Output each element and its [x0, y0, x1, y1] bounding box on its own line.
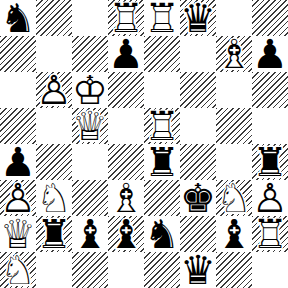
- black-pawn-icon: ♟: [0, 144, 36, 180]
- square-d5[interactable]: [108, 108, 144, 144]
- square-h2[interactable]: ♜♖: [252, 216, 288, 252]
- piece-halo: ♛: [180, 252, 216, 288]
- piece-halo: ♝: [108, 180, 144, 216]
- square-b8[interactable]: [36, 0, 72, 36]
- square-a3[interactable]: ♟♙: [0, 180, 36, 216]
- white-pawn-icon: ♙: [252, 180, 288, 216]
- piece-halo: ♟: [252, 36, 288, 72]
- square-b4[interactable]: [36, 144, 72, 180]
- white-queen-icon: ♕: [0, 216, 36, 252]
- piece-halo: ♟: [0, 180, 36, 216]
- square-e5[interactable]: ♜♖: [144, 108, 180, 144]
- black-queen-icon: ♛: [180, 0, 216, 36]
- white-knight-icon: ♘: [0, 252, 36, 288]
- black-bishop-icon: ♝: [108, 216, 144, 252]
- white-bishop-icon: ♗: [216, 36, 252, 72]
- square-f4[interactable]: [180, 144, 216, 180]
- square-c5[interactable]: ♛♕: [72, 108, 108, 144]
- square-h6[interactable]: [252, 72, 288, 108]
- square-d3[interactable]: ♝♗: [108, 180, 144, 216]
- black-queen-icon: ♛: [180, 252, 216, 288]
- square-b2[interactable]: ♜♜: [36, 216, 72, 252]
- black-king-icon: ♚: [180, 180, 216, 216]
- square-c3[interactable]: [72, 180, 108, 216]
- square-e4[interactable]: ♜♜: [144, 144, 180, 180]
- square-d1[interactable]: [108, 252, 144, 288]
- square-c8[interactable]: [72, 0, 108, 36]
- square-d6[interactable]: [108, 72, 144, 108]
- square-g7[interactable]: ♝♗: [216, 36, 252, 72]
- white-king-icon: ♔: [72, 72, 108, 108]
- square-b6[interactable]: ♟♙: [36, 72, 72, 108]
- black-pawn-icon: ♟: [252, 36, 288, 72]
- square-e7[interactable]: [144, 36, 180, 72]
- piece-halo: ♛: [180, 0, 216, 36]
- piece-halo: ♞: [0, 0, 36, 36]
- square-f8[interactable]: ♛♛: [180, 0, 216, 36]
- square-c2[interactable]: ♝♝: [72, 216, 108, 252]
- piece-halo: ♚: [180, 180, 216, 216]
- square-d7[interactable]: ♟♟: [108, 36, 144, 72]
- square-e3[interactable]: [144, 180, 180, 216]
- piece-halo: ♜: [252, 216, 288, 252]
- chess-board: ♞♞♜♖♜♖♛♛♟♟♝♗♟♟♟♙♚♔♛♕♜♖♟♟♜♜♜♜♟♙♞♘♝♗♚♚♞♘♟♙…: [0, 0, 288, 288]
- white-rook-icon: ♖: [108, 0, 144, 36]
- square-f6[interactable]: [180, 72, 216, 108]
- square-c1[interactable]: [72, 252, 108, 288]
- piece-halo: ♜: [108, 0, 144, 36]
- square-g5[interactable]: [216, 108, 252, 144]
- white-pawn-icon: ♙: [0, 180, 36, 216]
- square-e8[interactable]: ♜♖: [144, 0, 180, 36]
- square-c6[interactable]: ♚♔: [72, 72, 108, 108]
- square-h1[interactable]: [252, 252, 288, 288]
- piece-halo: ♜: [144, 108, 180, 144]
- piece-halo: ♞: [0, 252, 36, 288]
- white-pawn-icon: ♙: [36, 72, 72, 108]
- piece-halo: ♜: [144, 0, 180, 36]
- white-rook-icon: ♖: [144, 0, 180, 36]
- square-f2[interactable]: [180, 216, 216, 252]
- square-e6[interactable]: [144, 72, 180, 108]
- square-d8[interactable]: ♜♖: [108, 0, 144, 36]
- square-h4[interactable]: ♜♜: [252, 144, 288, 180]
- square-d2[interactable]: ♝♝: [108, 216, 144, 252]
- screenshot-stage: ♞♞♜♖♜♖♛♛♟♟♝♗♟♟♟♙♚♔♛♕♜♖♟♟♜♜♜♜♟♙♞♘♝♗♚♚♞♘♟♙…: [0, 0, 288, 288]
- square-g1[interactable]: [216, 252, 252, 288]
- square-a7[interactable]: [0, 36, 36, 72]
- square-f3[interactable]: ♚♚: [180, 180, 216, 216]
- square-b3[interactable]: ♞♘: [36, 180, 72, 216]
- piece-halo: ♞: [36, 180, 72, 216]
- square-a8[interactable]: ♞♞: [0, 0, 36, 36]
- black-bishop-icon: ♝: [72, 216, 108, 252]
- square-g2[interactable]: ♝♝: [216, 216, 252, 252]
- piece-halo: ♟: [0, 144, 36, 180]
- piece-halo: ♝: [216, 216, 252, 252]
- white-rook-icon: ♖: [144, 108, 180, 144]
- square-h7[interactable]: ♟♟: [252, 36, 288, 72]
- piece-halo: ♛: [72, 108, 108, 144]
- square-b1[interactable]: [36, 252, 72, 288]
- piece-halo: ♛: [0, 216, 36, 252]
- square-a2[interactable]: ♛♕: [0, 216, 36, 252]
- black-bishop-icon: ♝: [216, 216, 252, 252]
- piece-halo: ♜: [36, 216, 72, 252]
- square-c7[interactable]: [72, 36, 108, 72]
- square-g3[interactable]: ♞♘: [216, 180, 252, 216]
- piece-halo: ♟: [36, 72, 72, 108]
- piece-halo: ♜: [144, 144, 180, 180]
- piece-halo: ♝: [72, 216, 108, 252]
- square-d4[interactable]: [108, 144, 144, 180]
- square-f7[interactable]: [180, 36, 216, 72]
- white-rook-icon: ♖: [252, 216, 288, 252]
- square-e1[interactable]: [144, 252, 180, 288]
- square-g4[interactable]: [216, 144, 252, 180]
- black-pawn-icon: ♟: [108, 36, 144, 72]
- square-h3[interactable]: ♟♙: [252, 180, 288, 216]
- square-e2[interactable]: ♞♞: [144, 216, 180, 252]
- piece-halo: ♟: [252, 180, 288, 216]
- black-knight-icon: ♞: [144, 216, 180, 252]
- square-h8[interactable]: [252, 0, 288, 36]
- piece-halo: ♞: [144, 216, 180, 252]
- square-g8[interactable]: [216, 0, 252, 36]
- square-f1[interactable]: ♛♛: [180, 252, 216, 288]
- black-rook-icon: ♜: [36, 216, 72, 252]
- piece-halo: ♚: [72, 72, 108, 108]
- square-b7[interactable]: [36, 36, 72, 72]
- black-knight-icon: ♞: [0, 0, 36, 36]
- square-a1[interactable]: ♞♘: [0, 252, 36, 288]
- square-g6[interactable]: [216, 72, 252, 108]
- piece-halo: ♝: [108, 216, 144, 252]
- piece-halo: ♞: [216, 180, 252, 216]
- square-h5[interactable]: [252, 108, 288, 144]
- white-bishop-icon: ♗: [108, 180, 144, 216]
- black-rook-icon: ♜: [144, 144, 180, 180]
- piece-halo: ♝: [216, 36, 252, 72]
- square-a4[interactable]: ♟♟: [0, 144, 36, 180]
- piece-halo: ♟: [108, 36, 144, 72]
- black-rook-icon: ♜: [252, 144, 288, 180]
- white-knight-icon: ♘: [36, 180, 72, 216]
- piece-halo: ♜: [252, 144, 288, 180]
- square-f5[interactable]: [180, 108, 216, 144]
- square-a5[interactable]: [0, 108, 36, 144]
- square-b5[interactable]: [36, 108, 72, 144]
- white-knight-icon: ♘: [216, 180, 252, 216]
- square-c4[interactable]: [72, 144, 108, 180]
- white-queen-icon: ♕: [72, 108, 108, 144]
- square-a6[interactable]: [0, 72, 36, 108]
